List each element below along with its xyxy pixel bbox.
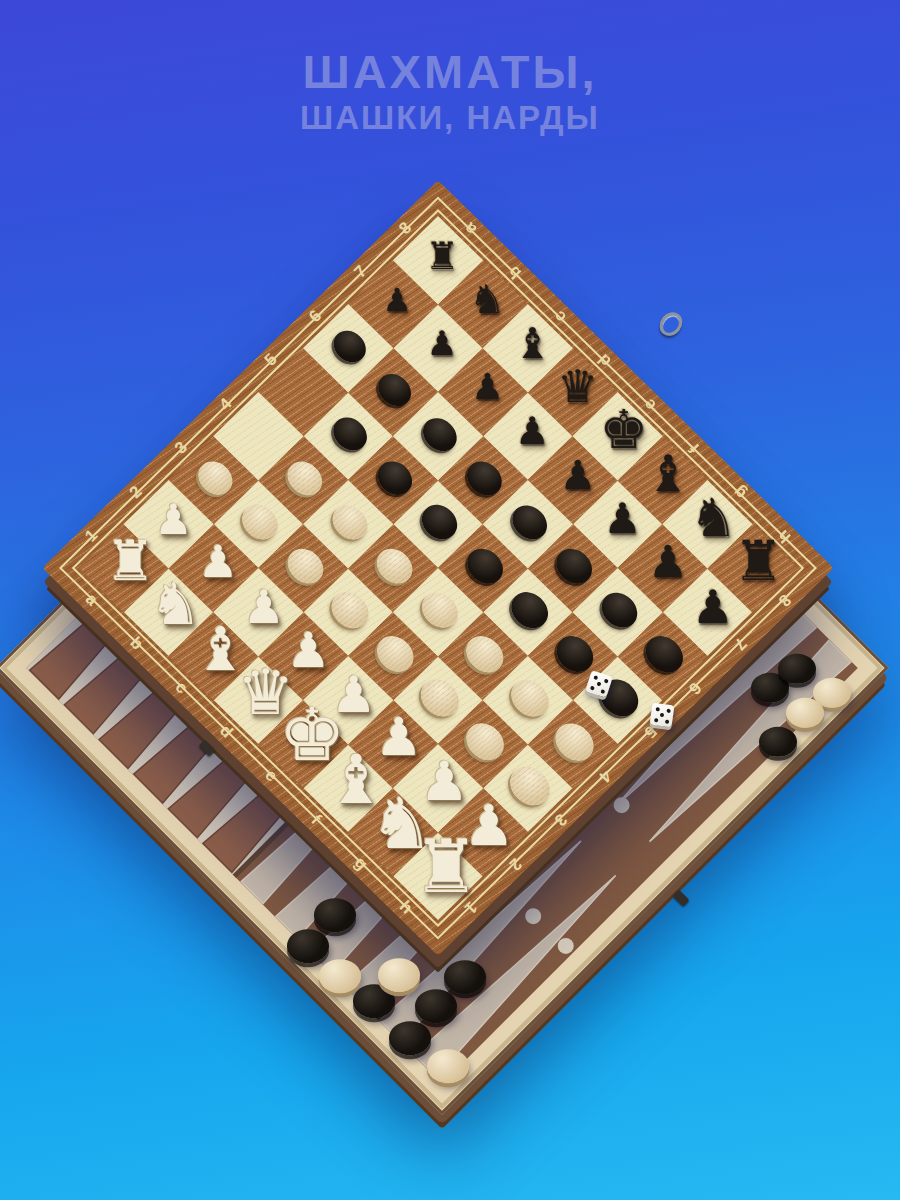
- title-line-2: ШАШКИ, НАРДЫ: [0, 98, 900, 138]
- black-p-piece-a7[interactable]: ♟: [382, 284, 411, 316]
- page-title: ШАХМАТЫ, ШАШКИ, НАРДЫ: [0, 46, 900, 137]
- file-label-top-b: b: [503, 260, 528, 285]
- metal-hinge: [673, 890, 690, 907]
- metal-clasp: [655, 308, 687, 341]
- black-n-piece-g8[interactable]: ♞: [689, 492, 737, 545]
- black-p-piece-f7[interactable]: ♟: [603, 498, 641, 540]
- white-checker-b4[interactable]: [281, 455, 329, 502]
- black-checker-g6[interactable]: [594, 585, 645, 635]
- white-p-piece-c2[interactable]: ♟: [243, 584, 285, 630]
- white-checker-a3[interactable]: [191, 455, 239, 502]
- white-r-piece-h1[interactable]: ♜: [413, 831, 480, 904]
- file-label-bottom-d: d: [213, 719, 238, 744]
- black-n-piece-b8[interactable]: ♞: [469, 280, 505, 320]
- black-p-piece-c7[interactable]: ♟: [471, 370, 504, 406]
- white-checker-b3[interactable]: [236, 498, 285, 546]
- black-p-piece-d7[interactable]: ♟: [515, 413, 550, 451]
- white-r-piece-a1[interactable]: ♜: [105, 534, 155, 589]
- white-checker-g4[interactable]: [503, 672, 556, 724]
- white-checker-c3[interactable]: [280, 542, 330, 591]
- black-p-piece-g7[interactable]: ♟: [647, 541, 687, 585]
- black-p-piece-b7[interactable]: ♟: [426, 327, 457, 361]
- title-line-1: ШАХМАТЫ,: [0, 46, 900, 98]
- black-checker-e5[interactable]: [460, 542, 510, 591]
- black-p-piece-e7[interactable]: ♟: [559, 455, 596, 495]
- white-checker-e4[interactable]: [414, 585, 465, 635]
- black-checker-f6[interactable]: [549, 542, 599, 591]
- black-b-piece-c8[interactable]: ♝: [513, 322, 552, 364]
- black-checker-d6[interactable]: [461, 455, 509, 502]
- file-label-bottom-b: b: [124, 631, 149, 656]
- black-r-piece-a8[interactable]: ♜: [425, 237, 459, 274]
- white-checker-h4[interactable]: [548, 716, 602, 769]
- black-checker-d5[interactable]: [415, 498, 464, 546]
- file-label-bottom-c: c: [168, 675, 193, 700]
- black-checker-f5[interactable]: [504, 585, 555, 635]
- black-checker-h5[interactable]: [593, 672, 646, 724]
- white-checker-d3[interactable]: [325, 585, 376, 635]
- black-checker-g5[interactable]: [549, 629, 601, 680]
- white-p-piece-a2[interactable]: ♟: [154, 498, 192, 540]
- white-checker-f4[interactable]: [459, 629, 511, 680]
- white-checker-c4[interactable]: [325, 498, 374, 546]
- file-label-top-a: a: [458, 216, 483, 241]
- black-q-piece-d8[interactable]: ♛: [557, 364, 598, 409]
- black-p-piece-h7[interactable]: ♟: [692, 584, 734, 630]
- white-p-piece-b2[interactable]: ♟: [198, 541, 238, 585]
- product-photo-stage: ШАХМАТЫ, ШАШКИ, НАРДЫ ♜♞♝♛♚♝♞♜♟♟♟♟♟♟♟♟♟♟…: [0, 0, 900, 1200]
- file-label-bottom-a: a: [79, 587, 104, 612]
- black-checker-a6[interactable]: [327, 324, 373, 369]
- black-checker-b5[interactable]: [326, 411, 373, 457]
- black-checker-h6[interactable]: [638, 629, 690, 680]
- black-b-piece-f8[interactable]: ♝: [645, 449, 691, 499]
- black-k-piece-e8[interactable]: ♚: [599, 403, 648, 456]
- black-checker-b6[interactable]: [372, 368, 418, 414]
- black-checker-c5[interactable]: [371, 455, 419, 502]
- black-checker-c6[interactable]: [416, 411, 463, 457]
- white-checker-d4[interactable]: [370, 542, 420, 591]
- black-checker-e6[interactable]: [505, 498, 554, 546]
